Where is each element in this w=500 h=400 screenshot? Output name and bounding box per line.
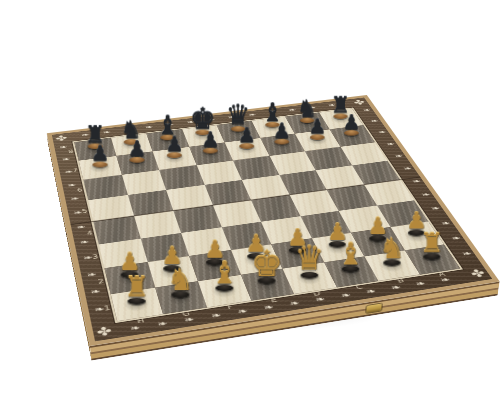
piece-base	[383, 259, 400, 266]
brass-latch-icon	[366, 303, 382, 313]
black-pawn[interactable]: ♟	[335, 114, 368, 136]
black-pawn[interactable]: ♟	[301, 118, 334, 140]
piece-base	[310, 135, 325, 141]
white-knight-icon: ♞	[379, 235, 404, 262]
white-king-icon: ♚	[251, 247, 283, 281]
square[interactable]: ♞	[364, 250, 419, 281]
white-bishop[interactable]: ♝	[331, 240, 370, 271]
piece-base	[92, 162, 107, 168]
square[interactable]: ♜	[111, 287, 163, 321]
square[interactable]	[305, 147, 352, 170]
white-knight[interactable]: ♞	[160, 266, 201, 297]
piece-base	[275, 139, 290, 145]
white-queen-icon: ♛	[294, 243, 324, 274]
white-bishop-icon: ♝	[210, 259, 237, 288]
white-knight[interactable]: ♞	[372, 235, 411, 265]
piece-base	[300, 271, 318, 278]
white-bishop-icon: ♝	[337, 240, 364, 268]
black-pawn[interactable]: ♟	[230, 127, 264, 149]
black-pawn[interactable]: ♟	[265, 122, 298, 144]
white-bishop[interactable]: ♝	[204, 259, 244, 291]
white-rook[interactable]: ♜	[116, 274, 157, 304]
black-pawn[interactable]: ♟	[194, 131, 228, 153]
white-knight-icon: ♞	[167, 266, 193, 294]
piece-base	[130, 157, 145, 163]
white-rook-icon: ♜	[420, 230, 444, 256]
piece-base	[167, 152, 182, 158]
piece-base	[342, 265, 360, 272]
black-pawn[interactable]: ♟	[83, 145, 117, 168]
white-rook[interactable]: ♜	[412, 230, 451, 259]
white-rook-icon: ♜	[124, 274, 150, 301]
black-pawn[interactable]: ♟	[157, 136, 191, 159]
piece-base	[344, 130, 359, 135]
square[interactable]	[83, 175, 127, 200]
black-pawn[interactable]: ♟	[120, 140, 154, 163]
white-queen[interactable]: ♛	[289, 243, 329, 278]
corner-ornament-icon: ✤	[55, 134, 68, 142]
piece-base	[215, 284, 233, 291]
corner-ornament-icon: ✤	[468, 268, 487, 280]
piece-base	[127, 297, 145, 304]
corner-ornament-icon: ✤	[96, 325, 113, 338]
piece-base	[239, 143, 254, 149]
piece-base	[203, 148, 218, 154]
product-photo-canvas: ❧ ❧ ❧ ❧ ❧ ❧ ❧ ❧ ❧ ❧ ❧ ❧ ❧ ❧ ❧ ❧ ❧ ❧ ❧ ❧ …	[0, 0, 500, 400]
square[interactable]: ♟	[189, 142, 233, 165]
piece-base	[171, 291, 189, 298]
white-king[interactable]: ♚	[247, 247, 287, 284]
piece-base	[423, 253, 440, 259]
